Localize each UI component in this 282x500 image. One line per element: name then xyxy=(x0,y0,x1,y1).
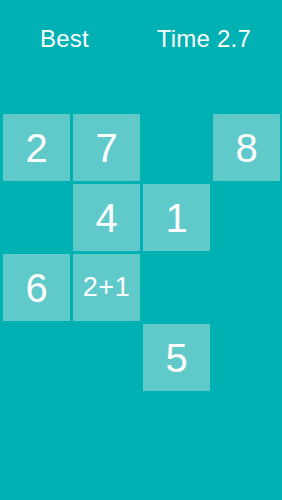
board: 2784162+15 xyxy=(3,114,280,391)
time-value: 2.7 xyxy=(217,25,251,53)
time-display: Time 2.7 xyxy=(157,25,251,53)
hud: Best Time 2.7 xyxy=(0,25,282,53)
tile-r0c0[interactable]: 2 xyxy=(3,114,70,181)
time-label: Time xyxy=(157,25,210,53)
tile-r0c3[interactable]: 8 xyxy=(213,114,280,181)
game-screen: Best Time 2.7 2784162+15 xyxy=(0,0,282,500)
tile-r1c2[interactable]: 1 xyxy=(143,184,210,251)
tile-r0c1[interactable]: 7 xyxy=(73,114,140,181)
tile-r2c0[interactable]: 6 xyxy=(3,254,70,321)
best-label: Best xyxy=(40,25,89,53)
tile-r3c2[interactable]: 5 xyxy=(143,324,210,391)
tile-r1c1[interactable]: 4 xyxy=(73,184,140,251)
tile-r2c1[interactable]: 2+1 xyxy=(73,254,140,321)
